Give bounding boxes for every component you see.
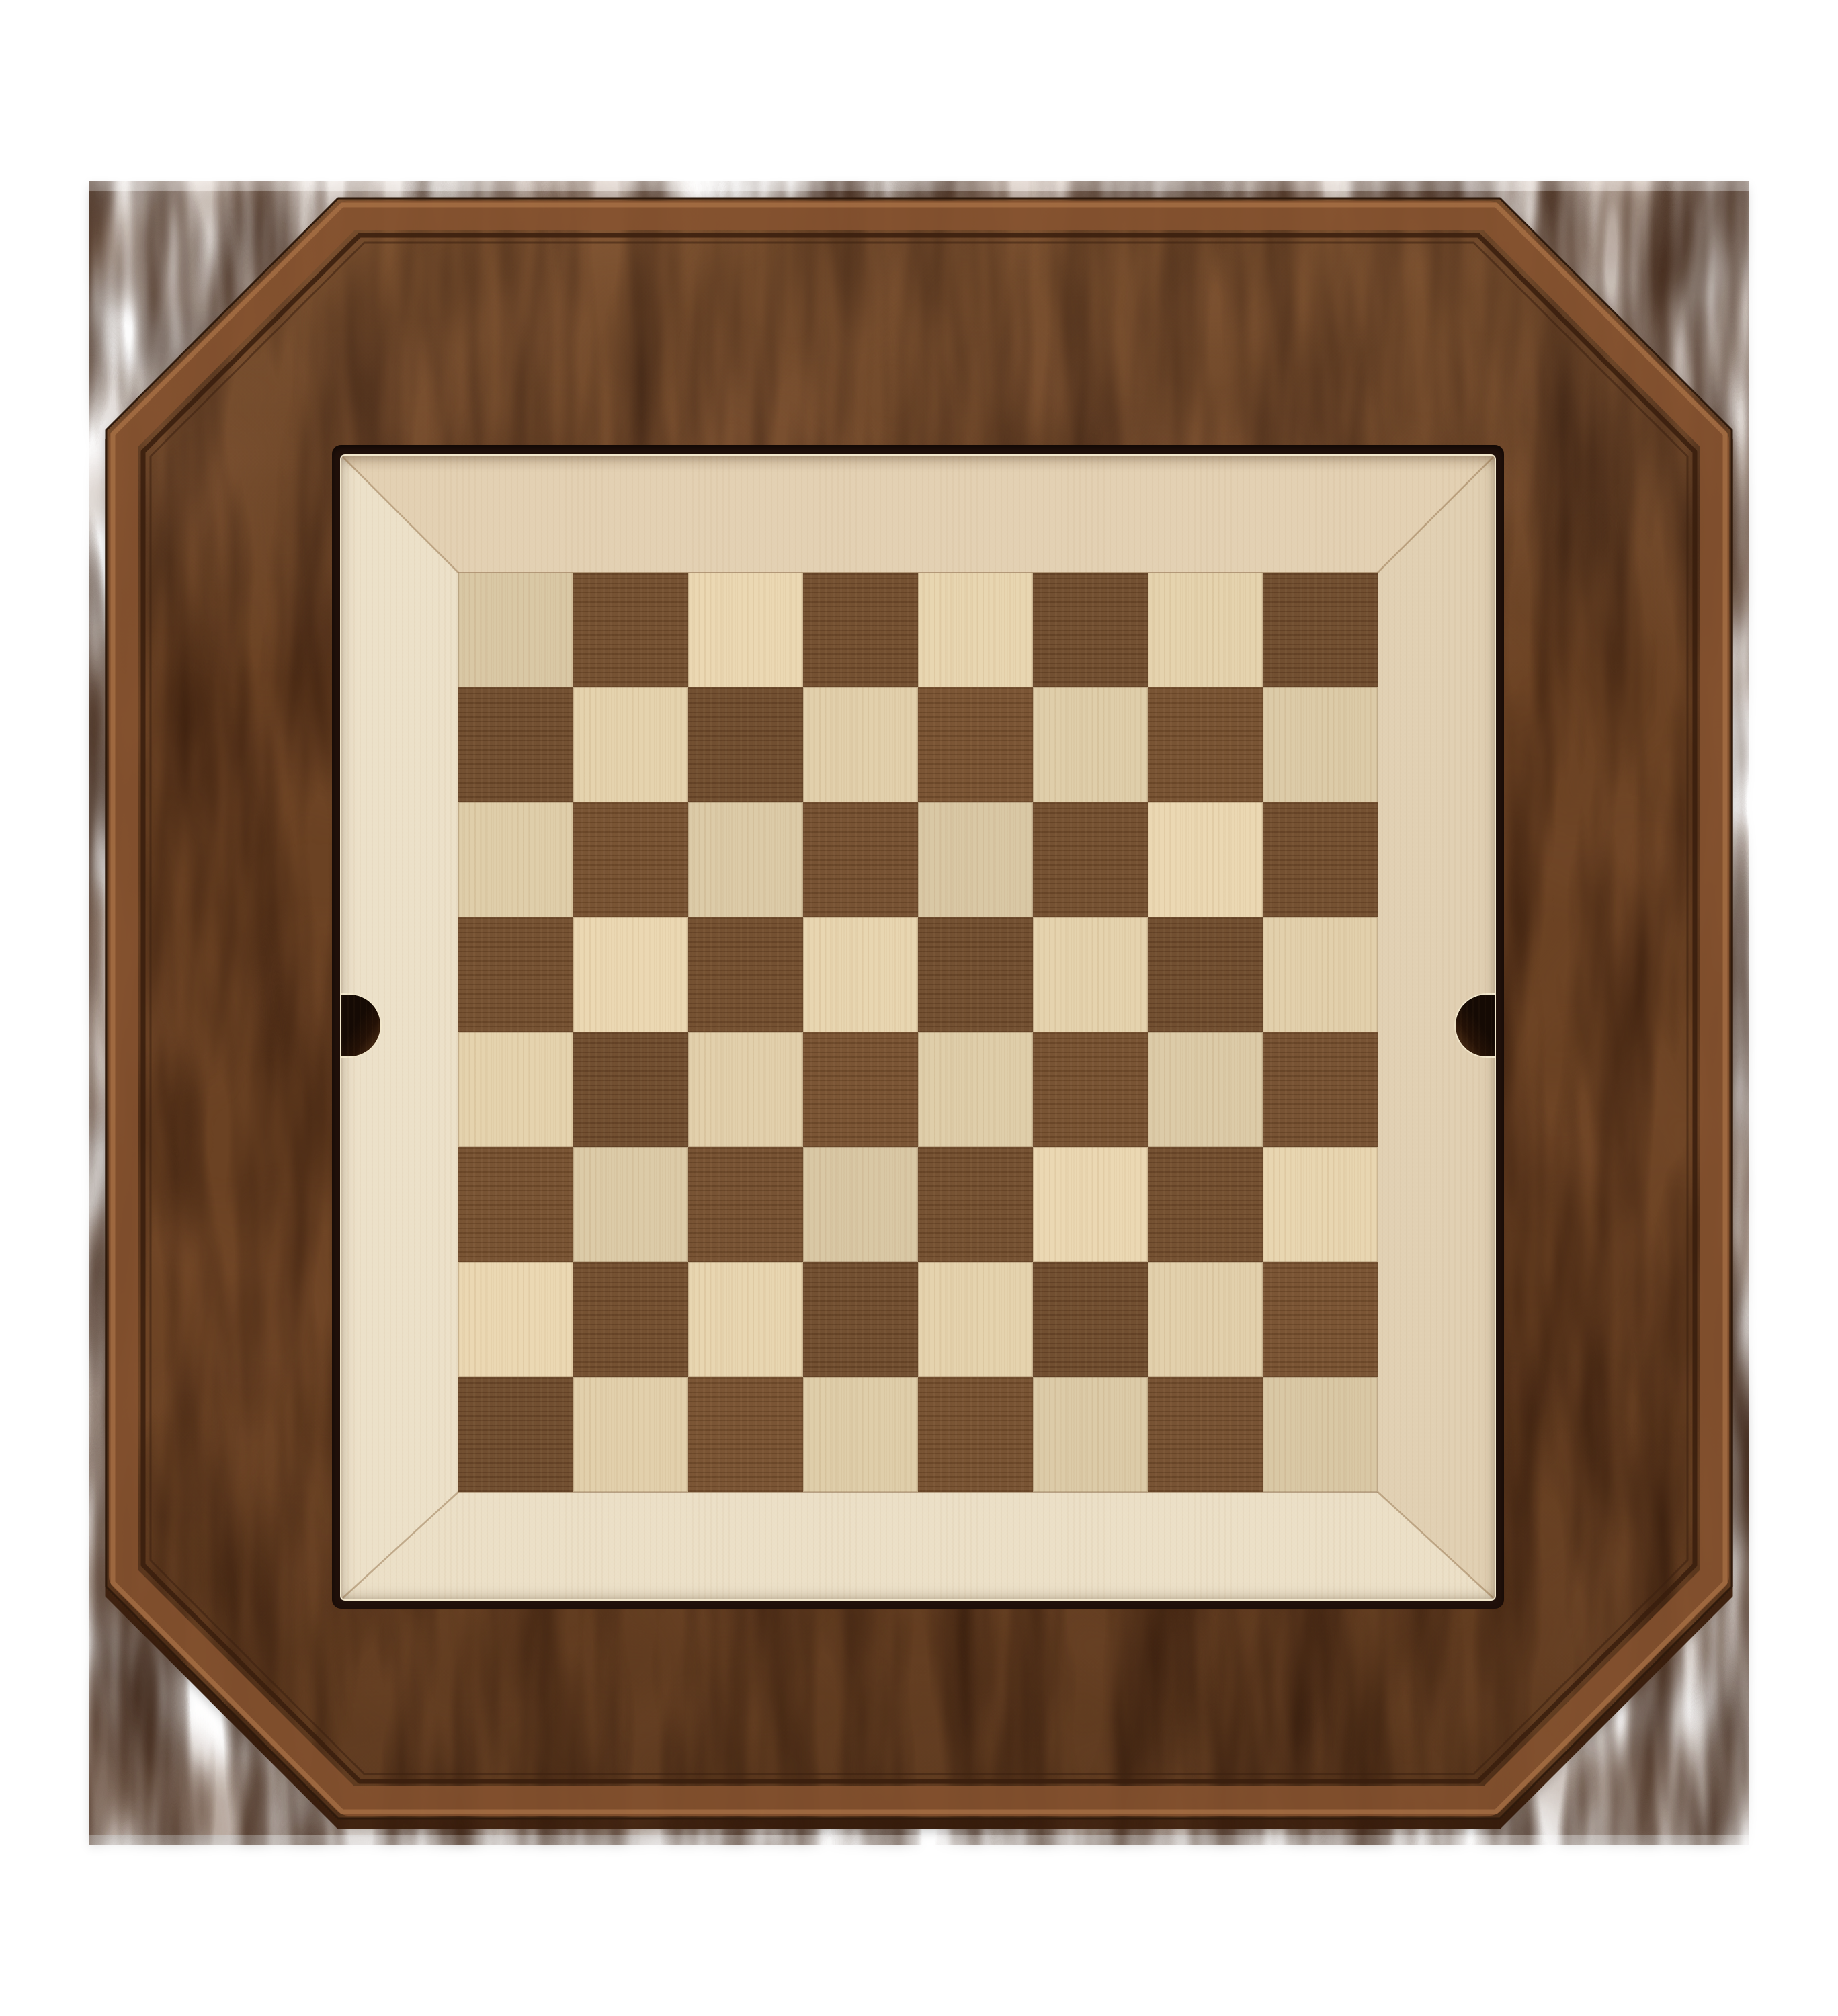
square-b4[interactable]: [573, 1032, 688, 1147]
square-e3[interactable]: [918, 1147, 1033, 1262]
square-a4[interactable]: [458, 1032, 573, 1147]
square-b5[interactable]: [573, 917, 688, 1032]
square-f4[interactable]: [1033, 1032, 1148, 1147]
square-a2[interactable]: [458, 1262, 573, 1377]
square-d4[interactable]: [803, 1032, 918, 1147]
square-c4[interactable]: [688, 1032, 803, 1147]
square-a1[interactable]: [458, 1377, 573, 1492]
square-b6[interactable]: [573, 802, 688, 917]
square-e8[interactable]: [918, 573, 1033, 687]
square-c8[interactable]: [688, 573, 803, 687]
square-a5[interactable]: [458, 917, 573, 1032]
game-board: [341, 456, 1495, 1599]
square-a8[interactable]: [458, 573, 573, 687]
checkerboard: [458, 573, 1378, 1492]
square-h4[interactable]: [1263, 1032, 1378, 1147]
square-b1[interactable]: [573, 1377, 688, 1492]
square-g2[interactable]: [1148, 1262, 1263, 1377]
square-b8[interactable]: [573, 573, 688, 687]
square-c7[interactable]: [688, 687, 803, 802]
square-c1[interactable]: [688, 1377, 803, 1492]
square-g4[interactable]: [1148, 1032, 1263, 1147]
square-c2[interactable]: [688, 1262, 803, 1377]
square-d3[interactable]: [803, 1147, 918, 1262]
square-d2[interactable]: [803, 1262, 918, 1377]
square-g3[interactable]: [1148, 1147, 1263, 1262]
square-f6[interactable]: [1033, 802, 1148, 917]
square-d5[interactable]: [803, 917, 918, 1032]
square-f5[interactable]: [1033, 917, 1148, 1032]
square-f8[interactable]: [1033, 573, 1148, 687]
square-h8[interactable]: [1263, 573, 1378, 687]
square-h5[interactable]: [1263, 917, 1378, 1032]
square-b3[interactable]: [573, 1147, 688, 1262]
square-c5[interactable]: [688, 917, 803, 1032]
square-g1[interactable]: [1148, 1377, 1263, 1492]
square-h2[interactable]: [1263, 1262, 1378, 1377]
square-e6[interactable]: [918, 802, 1033, 917]
square-e2[interactable]: [918, 1262, 1033, 1377]
square-h3[interactable]: [1263, 1147, 1378, 1262]
square-a3[interactable]: [458, 1147, 573, 1262]
square-a6[interactable]: [458, 802, 573, 917]
square-b7[interactable]: [573, 687, 688, 802]
square-h6[interactable]: [1263, 802, 1378, 917]
finger-notch-left: [341, 993, 382, 1058]
square-f3[interactable]: [1033, 1147, 1148, 1262]
square-d1[interactable]: [803, 1377, 918, 1492]
square-c3[interactable]: [688, 1147, 803, 1262]
square-e5[interactable]: [918, 917, 1033, 1032]
square-d7[interactable]: [803, 687, 918, 802]
square-g6[interactable]: [1148, 802, 1263, 917]
page-background: [0, 0, 1838, 2016]
square-g8[interactable]: [1148, 573, 1263, 687]
square-e7[interactable]: [918, 687, 1033, 802]
square-e1[interactable]: [918, 1377, 1033, 1492]
square-h7[interactable]: [1263, 687, 1378, 802]
square-d8[interactable]: [803, 573, 918, 687]
square-d6[interactable]: [803, 802, 918, 917]
square-f7[interactable]: [1033, 687, 1148, 802]
square-g7[interactable]: [1148, 687, 1263, 802]
square-b2[interactable]: [573, 1262, 688, 1377]
square-h1[interactable]: [1263, 1377, 1378, 1492]
square-e4[interactable]: [918, 1032, 1033, 1147]
square-c6[interactable]: [688, 802, 803, 917]
square-g5[interactable]: [1148, 917, 1263, 1032]
square-f1[interactable]: [1033, 1377, 1148, 1492]
square-a7[interactable]: [458, 687, 573, 802]
finger-notch-right: [1454, 993, 1495, 1058]
square-f2[interactable]: [1033, 1262, 1148, 1377]
